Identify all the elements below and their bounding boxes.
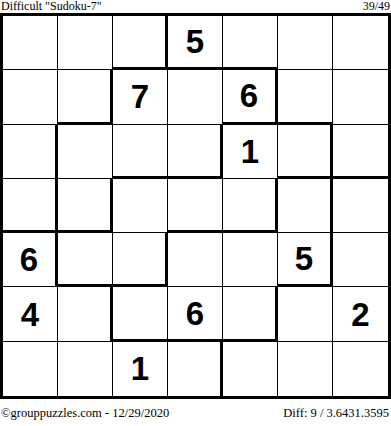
cell-r3c7[interactable] <box>333 125 388 179</box>
cell-r7c6[interactable] <box>278 342 333 396</box>
cell-r4c4[interactable] <box>168 179 223 233</box>
cell-r2c4[interactable] <box>168 70 223 124</box>
puzzle-page: Difficult "Sudoku-7" 39/49 5761654621 ©g… <box>0 0 391 426</box>
given-digit: 6 <box>20 243 38 276</box>
given-digit: 5 <box>186 25 204 58</box>
given-digit: 7 <box>131 80 149 113</box>
cell-r7c4[interactable] <box>168 342 223 396</box>
cell-r2c3[interactable]: 7 <box>113 70 168 124</box>
cell-r1c4[interactable]: 5 <box>168 16 223 70</box>
cell-r2c1[interactable] <box>3 70 58 124</box>
cell-r4c6[interactable] <box>278 179 333 233</box>
cell-r5c6[interactable]: 5 <box>278 233 333 287</box>
cell-r7c5[interactable] <box>223 342 278 396</box>
cell-r1c5[interactable] <box>223 16 278 70</box>
cell-r4c7[interactable] <box>333 179 388 233</box>
cell-r3c5[interactable]: 1 <box>223 125 278 179</box>
cell-r1c1[interactable] <box>3 16 58 70</box>
cell-r6c7[interactable]: 2 <box>333 287 388 341</box>
given-digit: 6 <box>186 297 204 330</box>
cell-r5c7[interactable] <box>333 233 388 287</box>
cell-r6c6[interactable] <box>278 287 333 341</box>
cell-r2c6[interactable] <box>278 70 333 124</box>
cell-r5c3[interactable] <box>113 233 168 287</box>
cell-r7c2[interactable] <box>58 342 113 396</box>
given-digit: 1 <box>241 135 259 168</box>
cell-r3c3[interactable] <box>113 125 168 179</box>
cell-r2c5[interactable]: 6 <box>223 70 278 124</box>
cell-r6c1[interactable]: 4 <box>3 287 58 341</box>
cell-r3c2[interactable] <box>58 125 113 179</box>
puzzle-counter: 39/49 <box>363 0 390 13</box>
cell-r5c5[interactable] <box>223 233 278 287</box>
cell-r5c2[interactable] <box>58 233 113 287</box>
puzzle-title: Difficult "Sudoku-7" <box>1 0 102 13</box>
cell-r6c5[interactable] <box>223 287 278 341</box>
footer: ©grouppuzzles.com - 12/29/2020 Diff: 9 /… <box>0 399 391 420</box>
cell-r5c1[interactable]: 6 <box>3 233 58 287</box>
cell-r6c3[interactable] <box>113 287 168 341</box>
cell-r3c4[interactable] <box>168 125 223 179</box>
given-digit: 2 <box>351 298 369 331</box>
cell-r1c7[interactable] <box>333 16 388 70</box>
cell-r4c3[interactable] <box>113 179 168 233</box>
given-digit: 6 <box>240 79 258 112</box>
given-digit: 1 <box>131 352 149 385</box>
cell-r1c6[interactable] <box>278 16 333 70</box>
cell-r6c2[interactable] <box>58 287 113 341</box>
cell-r7c1[interactable] <box>3 342 58 396</box>
header: Difficult "Sudoku-7" 39/49 <box>0 0 391 13</box>
cell-r7c7[interactable] <box>333 342 388 396</box>
cell-r4c2[interactable] <box>58 179 113 233</box>
cell-r1c3[interactable] <box>113 16 168 70</box>
board: 5761654621 <box>0 13 391 399</box>
footer-difficulty: Diff: 9 / 3.6431.3595 <box>283 406 389 420</box>
footer-copyright: ©grouppuzzles.com - 12/29/2020 <box>1 406 169 420</box>
cell-r7c3[interactable]: 1 <box>113 342 168 396</box>
cell-r6c4[interactable]: 6 <box>168 287 223 341</box>
cell-r1c2[interactable] <box>58 16 113 70</box>
given-digit: 4 <box>21 298 39 331</box>
cell-r5c4[interactable] <box>168 233 223 287</box>
cell-r3c1[interactable] <box>3 125 58 179</box>
cell-r4c5[interactable] <box>223 179 278 233</box>
cell-r3c6[interactable] <box>278 125 333 179</box>
cell-r2c7[interactable] <box>333 70 388 124</box>
cell-r2c2[interactable] <box>58 70 113 124</box>
given-digit: 5 <box>295 242 313 275</box>
cell-r4c1[interactable] <box>3 179 58 233</box>
